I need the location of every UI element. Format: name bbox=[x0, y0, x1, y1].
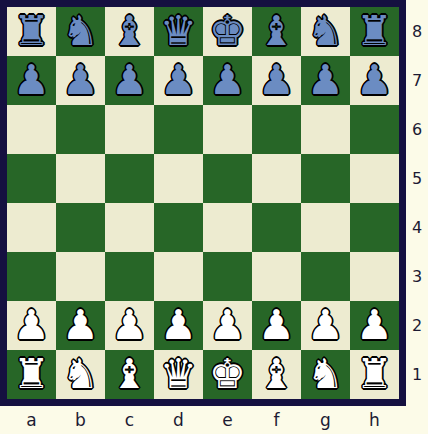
square-a3[interactable] bbox=[7, 252, 56, 301]
piece-black-bishop: ♝ bbox=[111, 7, 148, 56]
piece-white-bishop: ♝ bbox=[258, 350, 295, 399]
piece-black-pawn: ♟ bbox=[307, 56, 344, 105]
piece-white-queen: ♛ bbox=[160, 350, 197, 399]
square-f6[interactable] bbox=[252, 105, 301, 154]
square-g4[interactable] bbox=[301, 203, 350, 252]
square-e3[interactable] bbox=[203, 252, 252, 301]
square-d7[interactable]: ♟ bbox=[154, 56, 203, 105]
rank-labels: 87654321 bbox=[406, 7, 428, 399]
piece-white-rook: ♜ bbox=[356, 350, 393, 399]
square-e4[interactable] bbox=[203, 203, 252, 252]
piece-black-pawn: ♟ bbox=[111, 56, 148, 105]
file-label-d: d bbox=[154, 406, 203, 434]
square-b8[interactable]: ♞ bbox=[56, 7, 105, 56]
rank-label-4: 4 bbox=[406, 203, 428, 252]
file-label-c: c bbox=[105, 406, 154, 434]
piece-white-pawn: ♟ bbox=[111, 301, 148, 350]
square-c1[interactable]: ♝ bbox=[105, 350, 154, 399]
chess-app: ♜♞♝♛♚♝♞♜♟♟♟♟♟♟♟♟♟♟♟♟♟♟♟♟♜♞♝♛♚♝♞♜ 8765432… bbox=[0, 0, 428, 434]
square-d1[interactable]: ♛ bbox=[154, 350, 203, 399]
chess-board: ♜♞♝♛♚♝♞♜♟♟♟♟♟♟♟♟♟♟♟♟♟♟♟♟♜♞♝♛♚♝♞♜ bbox=[7, 7, 399, 399]
square-h8[interactable]: ♜ bbox=[350, 7, 399, 56]
square-g8[interactable]: ♞ bbox=[301, 7, 350, 56]
file-label-a: a bbox=[7, 406, 56, 434]
square-c3[interactable] bbox=[105, 252, 154, 301]
rank-label-7: 7 bbox=[406, 56, 428, 105]
file-label-e: e bbox=[203, 406, 252, 434]
square-g5[interactable] bbox=[301, 154, 350, 203]
square-c4[interactable] bbox=[105, 203, 154, 252]
file-label-h: h bbox=[350, 406, 399, 434]
piece-black-pawn: ♟ bbox=[209, 56, 246, 105]
square-f3[interactable] bbox=[252, 252, 301, 301]
square-c5[interactable] bbox=[105, 154, 154, 203]
piece-black-queen: ♛ bbox=[160, 7, 197, 56]
rank-label-2: 2 bbox=[406, 301, 428, 350]
piece-white-pawn: ♟ bbox=[258, 301, 295, 350]
piece-black-knight: ♞ bbox=[307, 7, 344, 56]
file-label-b: b bbox=[56, 406, 105, 434]
square-c2[interactable]: ♟ bbox=[105, 301, 154, 350]
square-d3[interactable] bbox=[154, 252, 203, 301]
file-label-g: g bbox=[301, 406, 350, 434]
square-g7[interactable]: ♟ bbox=[301, 56, 350, 105]
piece-black-pawn: ♟ bbox=[356, 56, 393, 105]
piece-white-pawn: ♟ bbox=[160, 301, 197, 350]
piece-black-pawn: ♟ bbox=[13, 56, 50, 105]
square-b3[interactable] bbox=[56, 252, 105, 301]
square-f8[interactable]: ♝ bbox=[252, 7, 301, 56]
square-f2[interactable]: ♟ bbox=[252, 301, 301, 350]
piece-black-pawn: ♟ bbox=[62, 56, 99, 105]
piece-white-pawn: ♟ bbox=[356, 301, 393, 350]
rank-label-6: 6 bbox=[406, 105, 428, 154]
rank-label-8: 8 bbox=[406, 7, 428, 56]
square-g6[interactable] bbox=[301, 105, 350, 154]
square-g3[interactable] bbox=[301, 252, 350, 301]
file-label-f: f bbox=[252, 406, 301, 434]
file-labels: abcdefgh bbox=[7, 406, 399, 434]
square-h6[interactable] bbox=[350, 105, 399, 154]
square-a6[interactable] bbox=[7, 105, 56, 154]
square-b6[interactable] bbox=[56, 105, 105, 154]
rank-label-5: 5 bbox=[406, 154, 428, 203]
piece-white-pawn: ♟ bbox=[209, 301, 246, 350]
square-e6[interactable] bbox=[203, 105, 252, 154]
square-g1[interactable]: ♞ bbox=[301, 350, 350, 399]
square-d8[interactable]: ♛ bbox=[154, 7, 203, 56]
square-h4[interactable] bbox=[350, 203, 399, 252]
piece-white-king: ♚ bbox=[209, 350, 246, 399]
square-e7[interactable]: ♟ bbox=[203, 56, 252, 105]
square-e1[interactable]: ♚ bbox=[203, 350, 252, 399]
square-f5[interactable] bbox=[252, 154, 301, 203]
piece-black-pawn: ♟ bbox=[160, 56, 197, 105]
piece-white-bishop: ♝ bbox=[111, 350, 148, 399]
piece-white-pawn: ♟ bbox=[62, 301, 99, 350]
board-frame: ♜♞♝♛♚♝♞♜♟♟♟♟♟♟♟♟♟♟♟♟♟♟♟♟♜♞♝♛♚♝♞♜ bbox=[0, 0, 406, 406]
square-a8[interactable]: ♜ bbox=[7, 7, 56, 56]
piece-white-knight: ♞ bbox=[307, 350, 344, 399]
piece-white-rook: ♜ bbox=[13, 350, 50, 399]
square-a4[interactable] bbox=[7, 203, 56, 252]
square-f4[interactable] bbox=[252, 203, 301, 252]
square-a5[interactable] bbox=[7, 154, 56, 203]
square-h3[interactable] bbox=[350, 252, 399, 301]
square-a2[interactable]: ♟ bbox=[7, 301, 56, 350]
square-b1[interactable]: ♞ bbox=[56, 350, 105, 399]
piece-white-pawn: ♟ bbox=[307, 301, 344, 350]
piece-white-knight: ♞ bbox=[62, 350, 99, 399]
square-c6[interactable] bbox=[105, 105, 154, 154]
square-a7[interactable]: ♟ bbox=[7, 56, 56, 105]
square-h5[interactable] bbox=[350, 154, 399, 203]
piece-black-pawn: ♟ bbox=[258, 56, 295, 105]
square-d6[interactable] bbox=[154, 105, 203, 154]
square-b4[interactable] bbox=[56, 203, 105, 252]
square-d4[interactable] bbox=[154, 203, 203, 252]
piece-white-pawn: ♟ bbox=[13, 301, 50, 350]
square-e2[interactable]: ♟ bbox=[203, 301, 252, 350]
square-f7[interactable]: ♟ bbox=[252, 56, 301, 105]
rank-label-3: 3 bbox=[406, 252, 428, 301]
square-b7[interactable]: ♟ bbox=[56, 56, 105, 105]
square-b5[interactable] bbox=[56, 154, 105, 203]
square-a1[interactable]: ♜ bbox=[7, 350, 56, 399]
square-d5[interactable] bbox=[154, 154, 203, 203]
piece-black-knight: ♞ bbox=[62, 7, 99, 56]
square-e8[interactable]: ♚ bbox=[203, 7, 252, 56]
square-c7[interactable]: ♟ bbox=[105, 56, 154, 105]
square-c8[interactable]: ♝ bbox=[105, 7, 154, 56]
square-h1[interactable]: ♜ bbox=[350, 350, 399, 399]
square-e5[interactable] bbox=[203, 154, 252, 203]
square-b2[interactable]: ♟ bbox=[56, 301, 105, 350]
piece-black-rook: ♜ bbox=[356, 7, 393, 56]
piece-black-king: ♚ bbox=[209, 7, 246, 56]
square-h7[interactable]: ♟ bbox=[350, 56, 399, 105]
piece-black-bishop: ♝ bbox=[258, 7, 295, 56]
square-f1[interactable]: ♝ bbox=[252, 350, 301, 399]
square-g2[interactable]: ♟ bbox=[301, 301, 350, 350]
rank-label-1: 1 bbox=[406, 350, 428, 399]
piece-black-rook: ♜ bbox=[13, 7, 50, 56]
square-h2[interactable]: ♟ bbox=[350, 301, 399, 350]
square-d2[interactable]: ♟ bbox=[154, 301, 203, 350]
